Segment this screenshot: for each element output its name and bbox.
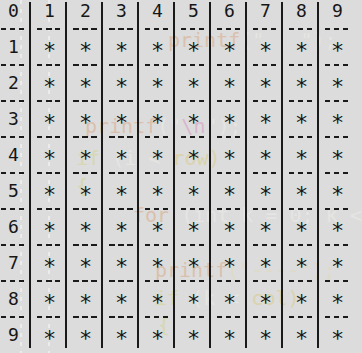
grid-cell: * bbox=[144, 326, 180, 353]
grid-cell: * bbox=[72, 326, 108, 353]
header-digit: 4 bbox=[144, 2, 171, 20]
grid-cell: * bbox=[288, 182, 324, 218]
header-digit: 0 bbox=[0, 2, 27, 20]
header-digit: 7 bbox=[252, 2, 279, 20]
header-digit: 2 bbox=[0, 74, 27, 92]
asterisk-glyph: * bbox=[324, 186, 351, 204]
grid-cell: * bbox=[108, 326, 144, 353]
column-header-cell: 9 bbox=[324, 2, 360, 38]
grid-cell: * bbox=[216, 218, 252, 254]
row-header-cell: 1 bbox=[0, 38, 36, 74]
grid-cell: * bbox=[252, 38, 288, 74]
asterisk-glyph: * bbox=[324, 258, 351, 276]
asterisk-glyph: * bbox=[324, 114, 351, 132]
row-header-cell: 9 bbox=[0, 326, 36, 353]
asterisk-glyph: * bbox=[72, 294, 99, 312]
asterisk-glyph: * bbox=[108, 42, 135, 60]
grid-cell: * bbox=[216, 38, 252, 74]
asterisk-glyph: * bbox=[180, 222, 207, 240]
asterisk-glyph: * bbox=[72, 222, 99, 240]
grid-cell: * bbox=[108, 110, 144, 146]
asterisk-glyph: * bbox=[216, 114, 243, 132]
header-digit: 6 bbox=[216, 2, 243, 20]
asterisk-glyph: * bbox=[72, 186, 99, 204]
grid-cell: * bbox=[108, 74, 144, 110]
asterisk-glyph: * bbox=[252, 114, 279, 132]
grid-cell: * bbox=[72, 218, 108, 254]
grid-cell: * bbox=[108, 254, 144, 290]
grid-cell: * bbox=[324, 326, 360, 353]
grid-cell: * bbox=[36, 254, 72, 290]
text-grid-board: 01234567891*********2*********3*********… bbox=[0, 2, 360, 353]
column-header-cell: 0 bbox=[0, 2, 36, 38]
asterisk-glyph: * bbox=[108, 222, 135, 240]
grid-cell: * bbox=[252, 182, 288, 218]
asterisk-glyph: * bbox=[144, 150, 171, 168]
header-digit: 9 bbox=[324, 2, 351, 20]
grid-cell: * bbox=[216, 290, 252, 326]
asterisk-glyph: * bbox=[36, 258, 63, 276]
header-digit: 3 bbox=[108, 2, 135, 20]
asterisk-glyph: * bbox=[108, 78, 135, 96]
grid-cell: * bbox=[180, 326, 216, 353]
grid-cell: * bbox=[180, 38, 216, 74]
asterisk-glyph: * bbox=[108, 258, 135, 276]
header-digit: 8 bbox=[0, 290, 27, 308]
grid-cell: * bbox=[252, 290, 288, 326]
column-header-cell: 2 bbox=[72, 2, 108, 38]
grid-cell: * bbox=[324, 146, 360, 182]
grid-cell: * bbox=[216, 146, 252, 182]
row-header-cell: 6 bbox=[0, 218, 36, 254]
asterisk-glyph: * bbox=[216, 330, 243, 348]
grid-cell: * bbox=[288, 38, 324, 74]
asterisk-glyph: * bbox=[288, 78, 315, 96]
grid-cell: * bbox=[252, 254, 288, 290]
asterisk-glyph: * bbox=[252, 150, 279, 168]
asterisk-glyph: * bbox=[180, 150, 207, 168]
row-header-cell: 8 bbox=[0, 290, 36, 326]
grid-cell: * bbox=[180, 146, 216, 182]
grid-cell: * bbox=[72, 182, 108, 218]
header-digit: 7 bbox=[0, 254, 27, 272]
grid-cell: * bbox=[72, 146, 108, 182]
grid-cell: * bbox=[36, 290, 72, 326]
grid-cell: * bbox=[108, 146, 144, 182]
asterisk-glyph: * bbox=[144, 258, 171, 276]
grid-cell: * bbox=[144, 290, 180, 326]
asterisk-glyph: * bbox=[108, 150, 135, 168]
asterisk-glyph: * bbox=[252, 294, 279, 312]
grid-cell: * bbox=[36, 218, 72, 254]
grid-cell: * bbox=[144, 74, 180, 110]
asterisk-glyph: * bbox=[36, 78, 63, 96]
asterisk-glyph: * bbox=[288, 42, 315, 60]
asterisk-glyph: * bbox=[144, 42, 171, 60]
asterisk-glyph: * bbox=[216, 186, 243, 204]
grid-cell: * bbox=[180, 218, 216, 254]
column-header-cell: 8 bbox=[288, 2, 324, 38]
header-digit: 2 bbox=[72, 2, 99, 20]
asterisk-glyph: * bbox=[180, 330, 207, 348]
asterisk-glyph: * bbox=[324, 330, 351, 348]
grid-cell: * bbox=[288, 218, 324, 254]
grid-cell: * bbox=[144, 38, 180, 74]
grid-cell: * bbox=[72, 110, 108, 146]
row-header-cell: 7 bbox=[0, 254, 36, 290]
grid-cell: * bbox=[324, 182, 360, 218]
asterisk-glyph: * bbox=[216, 78, 243, 96]
grid-cell: * bbox=[252, 218, 288, 254]
asterisk-glyph: * bbox=[288, 330, 315, 348]
asterisk-glyph: * bbox=[216, 294, 243, 312]
row-header-cell: 5 bbox=[0, 182, 36, 218]
grid-cell: * bbox=[108, 182, 144, 218]
header-digit: 9 bbox=[0, 326, 27, 344]
asterisk-glyph: * bbox=[252, 186, 279, 204]
grid-cell: * bbox=[324, 254, 360, 290]
asterisk-glyph: * bbox=[108, 186, 135, 204]
asterisk-glyph: * bbox=[180, 42, 207, 60]
asterisk-glyph: * bbox=[72, 330, 99, 348]
asterisk-glyph: * bbox=[36, 42, 63, 60]
grid-cell: * bbox=[144, 182, 180, 218]
asterisk-glyph: * bbox=[252, 222, 279, 240]
asterisk-glyph: * bbox=[288, 222, 315, 240]
asterisk-glyph: * bbox=[72, 258, 99, 276]
asterisk-glyph: * bbox=[72, 150, 99, 168]
grid-cell: * bbox=[324, 218, 360, 254]
grid-cell: * bbox=[180, 290, 216, 326]
grid-cell: * bbox=[216, 182, 252, 218]
column-header-cell: 6 bbox=[216, 2, 252, 38]
asterisk-glyph: * bbox=[36, 222, 63, 240]
grid-cell: * bbox=[252, 326, 288, 353]
asterisk-glyph: * bbox=[252, 42, 279, 60]
grid-cell: * bbox=[144, 218, 180, 254]
asterisk-glyph: * bbox=[72, 114, 99, 132]
grid-cell: * bbox=[144, 146, 180, 182]
terminal-screen: printf(" | ");printf("\n");if (i < row){… bbox=[0, 0, 362, 353]
row-header-cell: 3 bbox=[0, 110, 36, 146]
header-digit: 3 bbox=[0, 110, 27, 128]
asterisk-glyph: * bbox=[252, 330, 279, 348]
grid-cell: * bbox=[108, 38, 144, 74]
grid-cell: * bbox=[144, 110, 180, 146]
grid-cell: * bbox=[108, 218, 144, 254]
row-header-cell: 2 bbox=[0, 74, 36, 110]
asterisk-glyph: * bbox=[108, 114, 135, 132]
asterisk-glyph: * bbox=[180, 186, 207, 204]
asterisk-glyph: * bbox=[324, 42, 351, 60]
column-header-cell: 7 bbox=[252, 2, 288, 38]
grid-cell: * bbox=[288, 254, 324, 290]
grid-cell: * bbox=[72, 38, 108, 74]
column-header-cell: 1 bbox=[36, 2, 72, 38]
asterisk-glyph: * bbox=[180, 78, 207, 96]
asterisk-glyph: * bbox=[324, 78, 351, 96]
grid-cell: * bbox=[36, 74, 72, 110]
column-header-cell: 3 bbox=[108, 2, 144, 38]
grid-cell: * bbox=[216, 110, 252, 146]
grid-cell: * bbox=[36, 38, 72, 74]
header-digit: 6 bbox=[0, 218, 27, 236]
asterisk-glyph: * bbox=[324, 294, 351, 312]
column-header-cell: 4 bbox=[144, 2, 180, 38]
grid-cell: * bbox=[36, 182, 72, 218]
grid-cell: * bbox=[252, 146, 288, 182]
grid-cell: * bbox=[288, 146, 324, 182]
header-digit: 5 bbox=[0, 182, 27, 200]
grid-cell: * bbox=[288, 74, 324, 110]
grid-cell: * bbox=[180, 254, 216, 290]
grid-cell: * bbox=[288, 110, 324, 146]
asterisk-glyph: * bbox=[144, 330, 171, 348]
column-header-cell: 5 bbox=[180, 2, 216, 38]
asterisk-glyph: * bbox=[144, 222, 171, 240]
asterisk-glyph: * bbox=[108, 330, 135, 348]
grid-cell: * bbox=[216, 74, 252, 110]
header-digit: 4 bbox=[0, 146, 27, 164]
grid-cell: * bbox=[36, 110, 72, 146]
asterisk-glyph: * bbox=[180, 258, 207, 276]
asterisk-glyph: * bbox=[36, 330, 63, 348]
grid-cell: * bbox=[252, 74, 288, 110]
grid-cell: * bbox=[180, 74, 216, 110]
asterisk-glyph: * bbox=[144, 114, 171, 132]
asterisk-glyph: * bbox=[108, 294, 135, 312]
asterisk-glyph: * bbox=[288, 186, 315, 204]
grid-cell: * bbox=[144, 254, 180, 290]
grid-cell: * bbox=[216, 326, 252, 353]
asterisk-glyph: * bbox=[180, 114, 207, 132]
asterisk-glyph: * bbox=[252, 258, 279, 276]
grid-cell: * bbox=[324, 290, 360, 326]
asterisk-glyph: * bbox=[288, 294, 315, 312]
asterisk-glyph: * bbox=[72, 42, 99, 60]
grid-cell: * bbox=[288, 290, 324, 326]
header-digit: 1 bbox=[36, 2, 63, 20]
grid-cell: * bbox=[180, 182, 216, 218]
asterisk-glyph: * bbox=[72, 78, 99, 96]
asterisk-glyph: * bbox=[144, 78, 171, 96]
grid-cell: * bbox=[288, 326, 324, 353]
grid-cell: * bbox=[180, 110, 216, 146]
asterisk-glyph: * bbox=[180, 294, 207, 312]
asterisk-glyph: * bbox=[216, 42, 243, 60]
grid-cell: * bbox=[324, 74, 360, 110]
asterisk-glyph: * bbox=[144, 186, 171, 204]
asterisk-glyph: * bbox=[324, 150, 351, 168]
grid-cell: * bbox=[108, 290, 144, 326]
grid-cell: * bbox=[72, 74, 108, 110]
asterisk-glyph: * bbox=[216, 222, 243, 240]
asterisk-glyph: * bbox=[36, 186, 63, 204]
asterisk-glyph: * bbox=[288, 114, 315, 132]
header-digit: 8 bbox=[288, 2, 315, 20]
asterisk-glyph: * bbox=[36, 150, 63, 168]
asterisk-glyph: * bbox=[36, 114, 63, 132]
asterisk-glyph: * bbox=[324, 222, 351, 240]
asterisk-glyph: * bbox=[216, 150, 243, 168]
asterisk-glyph: * bbox=[288, 258, 315, 276]
grid-cell: * bbox=[324, 38, 360, 74]
asterisk-glyph: * bbox=[36, 294, 63, 312]
asterisk-glyph: * bbox=[216, 258, 243, 276]
grid-cell: * bbox=[36, 326, 72, 353]
asterisk-glyph: * bbox=[252, 78, 279, 96]
grid-cell: * bbox=[72, 290, 108, 326]
header-digit: 1 bbox=[0, 38, 27, 56]
asterisk-glyph: * bbox=[288, 150, 315, 168]
grid-cell: * bbox=[324, 110, 360, 146]
grid-cell: * bbox=[252, 110, 288, 146]
grid-cell: * bbox=[36, 146, 72, 182]
row-header-cell: 4 bbox=[0, 146, 36, 182]
asterisk-glyph: * bbox=[144, 294, 171, 312]
header-digit: 5 bbox=[180, 2, 207, 20]
grid-cell: * bbox=[216, 254, 252, 290]
grid-cell: * bbox=[72, 254, 108, 290]
